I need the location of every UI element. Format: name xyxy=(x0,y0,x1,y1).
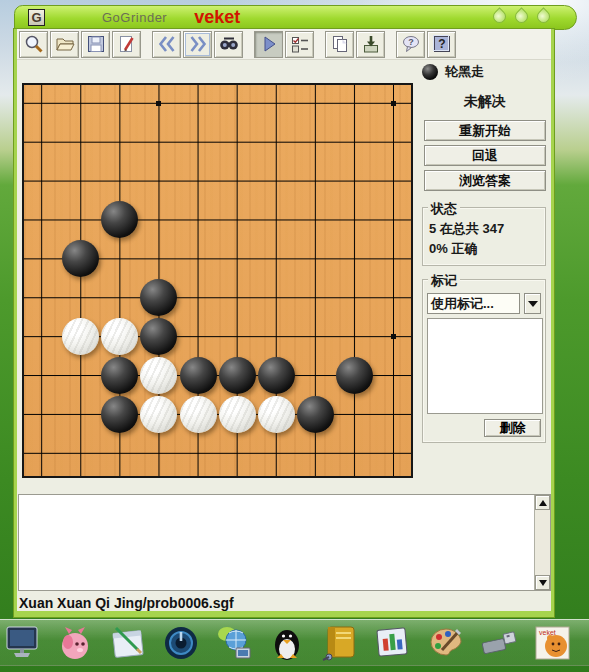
address-book-icon[interactable] xyxy=(320,624,360,662)
problem-counter: 5 在总共 347 xyxy=(429,220,541,238)
black-stone: ● xyxy=(219,357,256,394)
marks-group: 标记 使用标记... 删除 xyxy=(422,279,546,443)
tux-penguin-icon[interactable] xyxy=(267,624,307,662)
black-stone: ● xyxy=(101,357,138,394)
white-stone: ○ xyxy=(140,357,177,394)
board-cell[interactable] xyxy=(218,123,257,162)
chevron-down-icon[interactable] xyxy=(524,293,541,314)
board-cell[interactable] xyxy=(296,356,335,395)
copy-icon[interactable] xyxy=(325,31,354,58)
board-cell[interactable] xyxy=(374,395,413,434)
board-cell[interactable] xyxy=(218,201,257,240)
edit-icon[interactable] xyxy=(112,31,141,58)
white-stone: ○ xyxy=(219,396,256,433)
board-cell[interactable] xyxy=(61,162,100,201)
board-cell[interactable] xyxy=(179,162,218,201)
board-cell[interactable] xyxy=(374,317,413,356)
power-icon[interactable] xyxy=(161,624,201,662)
board-cell[interactable] xyxy=(100,278,139,317)
board-cell[interactable] xyxy=(22,356,61,395)
board-cell[interactable] xyxy=(296,201,335,240)
board-cell[interactable] xyxy=(335,162,374,201)
board-cell[interactable] xyxy=(257,434,296,473)
board-cell[interactable] xyxy=(218,84,257,123)
marks-listbox[interactable] xyxy=(427,318,543,414)
board-grid: ●●●○○●●○●●●●●○○○○● xyxy=(22,84,413,473)
board-cell[interactable] xyxy=(335,239,374,278)
go-board[interactable]: ●●●○○●●○●●●●●○○○○● xyxy=(22,83,413,478)
board-cell[interactable] xyxy=(335,434,374,473)
scroll-up-icon[interactable] xyxy=(535,495,550,510)
window-control-droplet-2[interactable] xyxy=(512,7,530,25)
board-cell[interactable] xyxy=(139,84,178,123)
board-cell[interactable] xyxy=(179,317,218,356)
board-cell[interactable] xyxy=(257,84,296,123)
save-icon[interactable] xyxy=(81,31,110,58)
white-stone: ○ xyxy=(62,318,99,355)
board-cell[interactable] xyxy=(61,395,100,434)
board-cell[interactable] xyxy=(257,201,296,240)
star-point xyxy=(391,101,396,106)
black-stone: ● xyxy=(140,318,177,355)
window-titlebar[interactable]: G GoGrinder veket xyxy=(14,5,577,30)
toolbar: ? ? xyxy=(17,29,551,60)
restart-button[interactable]: 重新开始 xyxy=(424,120,546,141)
board-cell[interactable] xyxy=(257,162,296,201)
board-cell[interactable] xyxy=(374,356,413,395)
board-cell[interactable] xyxy=(335,84,374,123)
board-cell[interactable] xyxy=(335,201,374,240)
board-cell[interactable] xyxy=(296,84,335,123)
white-stone: ○ xyxy=(180,396,217,433)
board-cell[interactable] xyxy=(218,278,257,317)
board-cell[interactable] xyxy=(374,123,413,162)
black-stone: ● xyxy=(62,240,99,277)
board-cell[interactable] xyxy=(179,239,218,278)
scroll-down-icon[interactable] xyxy=(535,575,550,590)
notepad-icon[interactable] xyxy=(108,624,148,662)
board-cell[interactable] xyxy=(139,239,178,278)
zoom-icon[interactable] xyxy=(19,31,48,58)
board-cell[interactable] xyxy=(179,201,218,240)
board-cell[interactable] xyxy=(257,239,296,278)
play-icon[interactable] xyxy=(254,31,283,58)
star-point xyxy=(391,334,396,339)
board-cell[interactable] xyxy=(22,395,61,434)
open-folder-icon[interactable] xyxy=(50,31,79,58)
next-problem-icon[interactable] xyxy=(183,31,212,58)
board-cell[interactable] xyxy=(335,317,374,356)
window-control-droplet-3[interactable] xyxy=(534,7,552,25)
board-cell[interactable] xyxy=(296,278,335,317)
board-cell[interactable]: ● xyxy=(139,278,178,317)
board-cell[interactable] xyxy=(100,239,139,278)
board-cell[interactable] xyxy=(296,317,335,356)
correct-percentage: 0% 正确 xyxy=(429,240,541,258)
board-cell[interactable] xyxy=(139,123,178,162)
marks-group-title: 标记 xyxy=(428,272,460,290)
board-cell[interactable] xyxy=(139,201,178,240)
board-cell[interactable]: ○ xyxy=(218,395,257,434)
turn-label: 轮黑走 xyxy=(445,63,484,81)
board-cell[interactable]: ○ xyxy=(61,317,100,356)
board-cell[interactable] xyxy=(139,162,178,201)
board-cell[interactable]: ○ xyxy=(139,395,178,434)
board-cell[interactable]: ● xyxy=(100,356,139,395)
veket-picture-icon[interactable]: veket xyxy=(532,624,572,662)
board-cell[interactable] xyxy=(100,162,139,201)
board-cell[interactable] xyxy=(257,317,296,356)
board-cell[interactable]: ● xyxy=(335,356,374,395)
board-cell[interactable] xyxy=(61,434,100,473)
solved-status-label: 未解决 xyxy=(420,93,550,111)
svg-text:?: ? xyxy=(408,37,414,47)
find-icon[interactable] xyxy=(214,31,243,58)
star-point xyxy=(156,101,161,106)
browse-answer-button[interactable]: 浏览答案 xyxy=(424,170,546,191)
board-cell[interactable]: ● xyxy=(179,356,218,395)
black-stone: ● xyxy=(180,357,217,394)
board-cell[interactable] xyxy=(22,123,61,162)
black-stone: ● xyxy=(336,357,373,394)
board-cell[interactable] xyxy=(61,356,100,395)
board-cell[interactable] xyxy=(374,278,413,317)
status-group-title: 状态 xyxy=(428,200,460,218)
white-stone: ○ xyxy=(140,396,177,433)
board-cell[interactable] xyxy=(335,278,374,317)
board-cell[interactable] xyxy=(22,434,61,473)
board-cell[interactable] xyxy=(374,239,413,278)
options-icon[interactable] xyxy=(285,31,314,58)
board-cell[interactable]: ○ xyxy=(100,317,139,356)
board-cell[interactable]: ● xyxy=(218,356,257,395)
board-cell[interactable]: ● xyxy=(100,201,139,240)
board-cell[interactable] xyxy=(296,239,335,278)
window-title: GoGrinder xyxy=(102,10,167,25)
board-cell[interactable] xyxy=(374,84,413,123)
svg-text:?: ? xyxy=(438,37,445,51)
statusbar-file-path: Xuan Xuan Qi Jing/prob0006.sgf xyxy=(19,595,234,611)
board-cell[interactable]: ○ xyxy=(139,356,178,395)
board-cell[interactable]: ○ xyxy=(179,395,218,434)
board-cell[interactable]: ● xyxy=(61,239,100,278)
board-cell[interactable] xyxy=(335,123,374,162)
display-icon[interactable] xyxy=(2,624,42,662)
board-cell[interactable] xyxy=(61,84,100,123)
black-stone: ● xyxy=(258,357,295,394)
distro-label: veket xyxy=(194,7,240,28)
white-stone: ○ xyxy=(101,318,138,355)
marks-combo-value[interactable]: 使用标记... xyxy=(427,293,520,314)
board-cell[interactable] xyxy=(100,84,139,123)
board-cell[interactable] xyxy=(179,434,218,473)
board-cell[interactable]: ○ xyxy=(257,395,296,434)
board-cell[interactable] xyxy=(22,162,61,201)
gogrinder-window: ? ? ●●●○○●●○●●●●●○○○○● 轮黑走 未解决 重新开始 回退 浏… xyxy=(14,29,554,617)
vertical-scrollbar[interactable] xyxy=(534,495,550,590)
board-cell[interactable] xyxy=(218,317,257,356)
board-cell[interactable] xyxy=(61,278,100,317)
black-stone: ● xyxy=(101,201,138,238)
board-cell[interactable] xyxy=(100,123,139,162)
board-cell[interactable] xyxy=(22,84,61,123)
window-control-droplet-1[interactable] xyxy=(490,7,508,25)
board-cell[interactable] xyxy=(22,278,61,317)
window-controls xyxy=(493,10,550,23)
board-cell[interactable] xyxy=(22,201,61,240)
chart-icon[interactable] xyxy=(373,624,413,662)
delete-button[interactable]: 删除 xyxy=(484,419,541,437)
board-cell[interactable] xyxy=(22,239,61,278)
board-cell[interactable] xyxy=(374,434,413,473)
comment-textarea[interactable] xyxy=(19,495,534,590)
undo-button[interactable]: 回退 xyxy=(424,145,546,166)
board-cell[interactable] xyxy=(179,278,218,317)
network-globe-icon[interactable] xyxy=(214,624,254,662)
board-cell[interactable] xyxy=(22,317,61,356)
desktop: { "game": "go", "window": { "titlebar": … xyxy=(0,0,589,672)
comment-pane xyxy=(18,494,551,591)
comment-icon[interactable]: ? xyxy=(396,31,425,58)
board-cell[interactable] xyxy=(100,434,139,473)
black-stone: ● xyxy=(140,279,177,316)
status-group: 状态 5 在总共 347 0% 正确 xyxy=(422,207,546,266)
board-cell[interactable]: ● xyxy=(100,395,139,434)
pink-cat-icon[interactable] xyxy=(55,624,95,662)
board-cell[interactable] xyxy=(257,123,296,162)
gogrinder-logo-icon[interactable]: G xyxy=(28,9,45,26)
board-cell[interactable] xyxy=(218,434,257,473)
board-cell[interactable] xyxy=(374,201,413,240)
board-cell[interactable] xyxy=(335,395,374,434)
previous-problem-icon[interactable] xyxy=(152,31,181,58)
marks-combobox[interactable]: 使用标记... xyxy=(427,293,541,314)
board-cell[interactable]: ● xyxy=(296,395,335,434)
white-stone: ○ xyxy=(258,396,295,433)
board-cell[interactable] xyxy=(374,162,413,201)
board-cell[interactable] xyxy=(61,201,100,240)
control-panel: 轮黑走 未解决 重新开始 回退 浏览答案 状态 5 在总共 347 0% 正确 … xyxy=(420,62,550,450)
dock: veket xyxy=(0,619,589,666)
board-cell[interactable] xyxy=(257,278,296,317)
board-cell[interactable] xyxy=(296,434,335,473)
board-cell[interactable]: ● xyxy=(257,356,296,395)
green-launcher-icon[interactable] xyxy=(585,624,589,662)
board-cell[interactable] xyxy=(61,123,100,162)
board-cell[interactable] xyxy=(218,239,257,278)
export-icon[interactable] xyxy=(356,31,385,58)
board-cell[interactable] xyxy=(139,434,178,473)
svg-text:veket: veket xyxy=(539,629,556,636)
turn-indicator: 轮黑走 xyxy=(420,62,550,82)
paint-palette-icon[interactable] xyxy=(426,624,466,662)
board-cell[interactable] xyxy=(218,162,257,201)
board-cell[interactable] xyxy=(296,123,335,162)
board-cell[interactable] xyxy=(296,162,335,201)
board-cell[interactable] xyxy=(179,123,218,162)
black-stone: ● xyxy=(101,396,138,433)
black-stone-icon xyxy=(422,64,438,80)
usb-drive-icon[interactable] xyxy=(479,624,519,662)
board-cell[interactable]: ● xyxy=(139,317,178,356)
help-icon[interactable]: ? xyxy=(427,31,456,58)
black-stone: ● xyxy=(297,396,334,433)
board-cell[interactable] xyxy=(179,84,218,123)
